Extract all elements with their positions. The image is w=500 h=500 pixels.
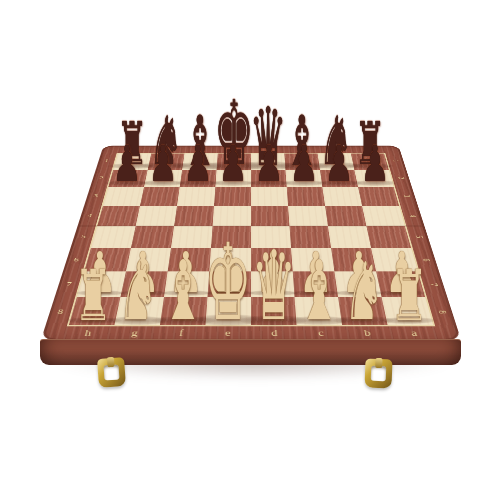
square-a6 xyxy=(371,248,418,272)
square-g3 xyxy=(140,187,180,206)
file-label-far-h: h xyxy=(117,146,152,153)
square-b1 xyxy=(318,154,355,170)
square-b8 xyxy=(338,297,388,325)
file-label-far-a: a xyxy=(350,146,385,153)
square-h3 xyxy=(103,187,144,206)
brass-clasp-left xyxy=(97,357,126,388)
square-f5 xyxy=(171,226,213,248)
square-h1 xyxy=(113,154,151,170)
square-h8 xyxy=(69,297,121,325)
brass-clasp-right xyxy=(365,359,393,389)
chess-board: hgfedcba hgfedcba 12345678 12345678 xyxy=(41,146,462,341)
playing-area xyxy=(67,153,436,326)
square-b5 xyxy=(328,226,371,248)
square-g5 xyxy=(131,226,174,248)
square-d3 xyxy=(251,187,288,206)
square-g4 xyxy=(136,206,177,226)
square-f7 xyxy=(164,271,209,297)
square-a7 xyxy=(376,271,425,297)
square-b3 xyxy=(322,187,362,206)
square-c3 xyxy=(287,187,325,206)
file-label-far-f: f xyxy=(184,146,218,153)
square-e6 xyxy=(209,248,251,272)
square-e8 xyxy=(205,297,251,325)
square-e3 xyxy=(214,187,251,206)
square-f4 xyxy=(174,206,214,226)
square-a4 xyxy=(362,206,405,226)
square-e1 xyxy=(217,154,251,170)
square-e5 xyxy=(211,226,251,248)
square-d1 xyxy=(251,154,285,170)
square-e7 xyxy=(207,271,251,297)
file-label-far-c: c xyxy=(284,146,318,153)
square-f2 xyxy=(180,170,217,187)
square-h6 xyxy=(84,248,131,272)
square-e4 xyxy=(213,206,251,226)
square-d6 xyxy=(251,248,293,272)
square-d4 xyxy=(251,206,289,226)
square-f6 xyxy=(168,248,211,272)
square-d7 xyxy=(251,271,295,297)
square-g7 xyxy=(120,271,167,297)
square-b2 xyxy=(320,170,358,187)
square-f3 xyxy=(177,187,215,206)
brass-clasp-pin xyxy=(107,357,115,367)
square-a2 xyxy=(354,170,393,187)
square-c8 xyxy=(295,297,343,325)
square-c7 xyxy=(293,271,338,297)
square-c1 xyxy=(284,154,320,170)
brass-clasp-pin xyxy=(375,358,382,368)
square-d8 xyxy=(251,297,297,325)
product-photo-scene: hgfedcba hgfedcba 12345678 12345678 ♜♞♝♚… xyxy=(0,0,500,500)
square-c6 xyxy=(291,248,334,272)
square-h5 xyxy=(91,226,136,248)
square-b6 xyxy=(331,248,376,272)
square-c2 xyxy=(285,170,322,187)
file-label-far-b: b xyxy=(317,146,351,153)
square-b4 xyxy=(325,206,366,226)
square-g6 xyxy=(126,248,171,272)
square-d2 xyxy=(251,170,287,187)
square-b7 xyxy=(334,271,381,297)
square-h7 xyxy=(77,271,126,297)
file-label-far-e: e xyxy=(217,146,251,153)
square-c4 xyxy=(288,206,328,226)
square-c5 xyxy=(289,226,331,248)
square-h4 xyxy=(97,206,140,226)
square-a1 xyxy=(351,154,389,170)
square-f1 xyxy=(182,154,218,170)
file-label-far-d: d xyxy=(251,146,285,153)
square-f8 xyxy=(160,297,208,325)
file-label-far-g: g xyxy=(150,146,184,153)
square-a3 xyxy=(358,187,399,206)
square-g8 xyxy=(114,297,164,325)
square-e2 xyxy=(215,170,251,187)
square-a5 xyxy=(366,226,411,248)
square-d5 xyxy=(251,226,291,248)
file-labels-far: hgfedcba xyxy=(117,146,385,153)
square-a8 xyxy=(382,297,434,325)
brass-clasp-hole xyxy=(371,366,387,382)
square-h2 xyxy=(108,170,147,187)
square-g1 xyxy=(148,154,185,170)
square-g2 xyxy=(144,170,182,187)
